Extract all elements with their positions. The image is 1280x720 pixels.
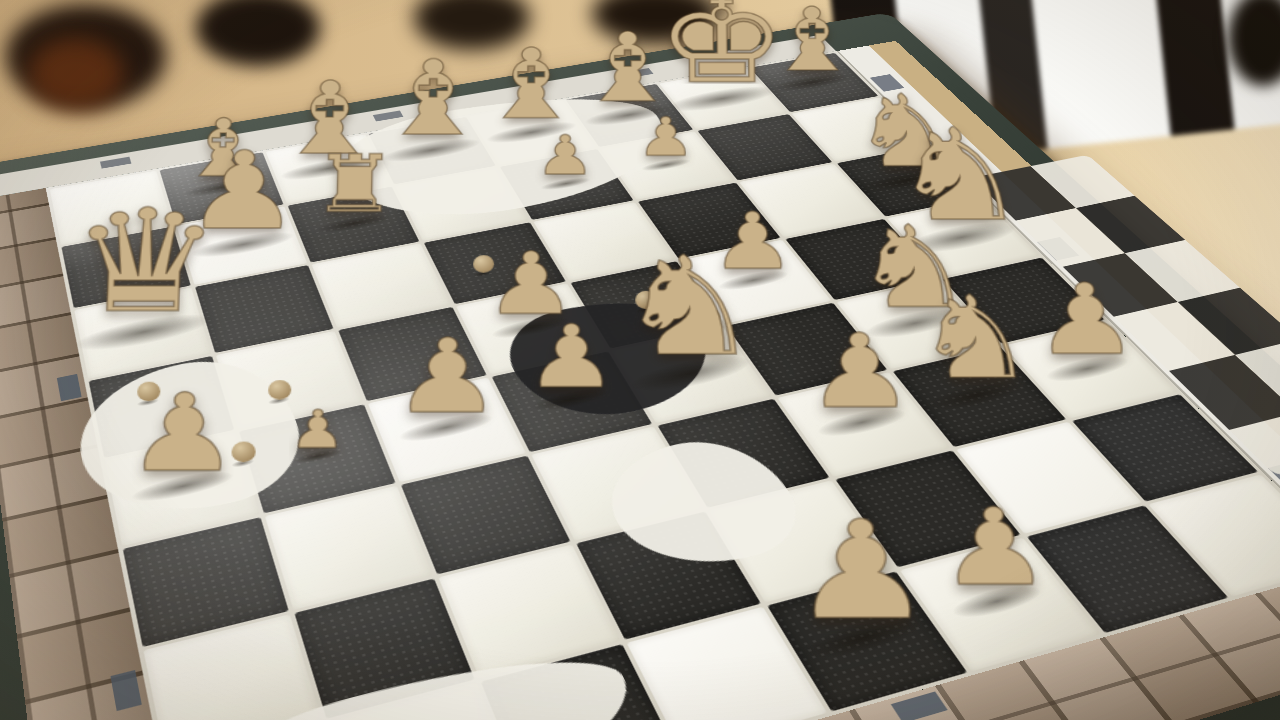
square-a3[interactable] xyxy=(123,517,289,647)
piece-pawn-e1[interactable]: ♟ xyxy=(740,261,983,635)
pawn-glyph: ♟ xyxy=(125,382,242,484)
scene: ♝♝♝♝♝♚♝♟♜♟♟♛♞♟♟♞♟♟♟♟♞♞♟♞♟♟♟ xyxy=(0,0,1280,720)
pawn-glyph: ♟ xyxy=(289,404,346,454)
piece-pawn-a4[interactable]: ♟ xyxy=(74,149,299,485)
chess-board: ♝♝♝♝♝♚♝♟♜♟♟♛♞♟♟♞♟♟♟♟♞♞♟♞♟♟♟ xyxy=(0,25,1280,720)
pieces: ♝♝♝♝♝♚♝♟♜♟♟♛♞♟♟♞♟♟♟♟♞♞♟♞♟♟♟ xyxy=(0,25,878,181)
pawn-glyph: ♟ xyxy=(790,506,935,635)
